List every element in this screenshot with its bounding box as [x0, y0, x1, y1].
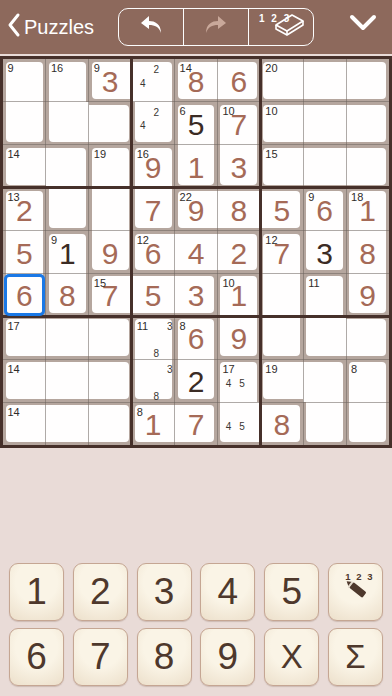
cell-r6c9[interactable] [346, 273, 389, 316]
cell-r7c7[interactable] [260, 316, 303, 359]
number-keypad: 123451 2 36789XΣ [9, 563, 383, 686]
cell-r4c6[interactable] [217, 188, 260, 231]
cell-r2c9[interactable] [346, 102, 389, 145]
cell-r9c5[interactable] [175, 402, 218, 445]
toolbar-button-group: 1 2 3 [118, 8, 314, 46]
cell-r3c6[interactable] [217, 145, 260, 188]
cell-r3c5[interactable] [175, 145, 218, 188]
undo-icon [138, 13, 164, 41]
redo-button[interactable] [183, 9, 248, 45]
undo-button[interactable] [119, 9, 183, 45]
cell-r8c6[interactable] [217, 359, 260, 402]
cell-r3c9[interactable] [346, 145, 389, 188]
cell-r9c1[interactable] [3, 402, 46, 445]
cell-r5c7[interactable] [260, 231, 303, 274]
cell-r6c5[interactable] [175, 273, 218, 316]
cell-r6c6[interactable] [217, 273, 260, 316]
cell-r6c2[interactable] [46, 273, 89, 316]
key-7[interactable]: 7 [73, 628, 128, 686]
cell-r8c9[interactable] [346, 359, 389, 402]
cell-r2c6[interactable] [217, 102, 260, 145]
cell-r5c8[interactable] [303, 231, 346, 274]
key-2[interactable]: 2 [73, 563, 128, 621]
back-button-label: Puzzles [24, 16, 94, 39]
cell-r6c4[interactable] [132, 273, 175, 316]
chevron-down-icon [348, 20, 378, 37]
cell-r5c4[interactable] [132, 231, 175, 274]
key-1[interactable]: 1 [9, 563, 64, 621]
cell-r5c9[interactable] [346, 231, 389, 274]
cell-r8c7[interactable] [260, 359, 303, 402]
cell-r7c4[interactable] [132, 316, 175, 359]
cell-r4c2[interactable] [46, 188, 89, 231]
cell-r3c4[interactable] [132, 145, 175, 188]
cell-r2c8[interactable] [303, 102, 346, 145]
key-9[interactable]: 9 [200, 628, 255, 686]
cell-r8c8[interactable] [303, 359, 346, 402]
cell-r6c1[interactable] [3, 273, 46, 316]
cell-r5c2[interactable] [46, 231, 89, 274]
cell-r1c2[interactable] [46, 59, 89, 102]
cell-r2c3[interactable] [89, 102, 132, 145]
redo-icon [203, 13, 229, 41]
cell-r6c8[interactable] [303, 273, 346, 316]
cell-r2c5[interactable] [175, 102, 218, 145]
cell-r7c5[interactable] [175, 316, 218, 359]
back-chevron-icon [6, 12, 22, 42]
cell-r4c8[interactable] [303, 188, 346, 231]
cell-r9c3[interactable] [89, 402, 132, 445]
cell-r6c7[interactable] [260, 273, 303, 316]
cell-r7c1[interactable] [3, 316, 46, 359]
cell-r3c8[interactable] [303, 145, 346, 188]
cell-r8c5[interactable] [175, 359, 218, 402]
cell-r8c2[interactable] [46, 359, 89, 402]
key-4[interactable]: 4 [200, 563, 255, 621]
cell-r1c1[interactable] [3, 59, 46, 102]
erase-pencilmarks-button[interactable]: 1 2 3 [248, 9, 313, 45]
keypad-row-2: 6789XΣ [9, 628, 383, 686]
cell-r1c6[interactable] [217, 59, 260, 102]
cell-r3c1[interactable] [3, 145, 46, 188]
cell-r9c2[interactable] [46, 402, 89, 445]
collapse-toolbar-button[interactable] [348, 12, 378, 38]
cell-r7c6[interactable] [217, 316, 260, 359]
cell-r2c7[interactable] [260, 102, 303, 145]
cell-r5c6[interactable] [217, 231, 260, 274]
pencil-mode-key[interactable]: 1 2 3 [328, 563, 383, 621]
cell-r4c3[interactable] [89, 188, 132, 231]
clear-key[interactable]: X [264, 628, 319, 686]
cell-r2c4[interactable] [132, 102, 175, 145]
cell-r1c5[interactable] [175, 59, 218, 102]
cell-r4c4[interactable] [132, 188, 175, 231]
cell-r9c4[interactable] [132, 402, 175, 445]
key-3[interactable]: 3 [137, 563, 192, 621]
cell-r8c4[interactable] [132, 359, 175, 402]
cell-r9c9[interactable] [346, 402, 389, 445]
back-button[interactable]: Puzzles [6, 12, 94, 42]
cell-r8c3[interactable] [89, 359, 132, 402]
cell-r4c7[interactable] [260, 188, 303, 231]
key-6[interactable]: 6 [9, 628, 64, 686]
keypad-row-1: 123451 2 3 [9, 563, 383, 621]
cell-r5c5[interactable] [175, 231, 218, 274]
cell-r9c7[interactable] [260, 402, 303, 445]
cell-r9c8[interactable] [303, 402, 346, 445]
cell-r4c5[interactable] [175, 188, 218, 231]
cell-r7c2[interactable] [46, 316, 89, 359]
cell-r6c3[interactable] [89, 273, 132, 316]
cell-r1c8[interactable] [303, 59, 346, 102]
cell-r1c3[interactable] [89, 59, 132, 102]
cell-r3c3[interactable] [89, 145, 132, 188]
key-8[interactable]: 8 [137, 628, 192, 686]
cell-r5c3[interactable] [89, 231, 132, 274]
cell-r1c4[interactable] [132, 59, 175, 102]
cell-r1c7[interactable] [260, 59, 303, 102]
cell-r7c9[interactable] [346, 316, 389, 359]
sum-toggle-key[interactable]: Σ [328, 628, 383, 686]
pencil-icon [343, 569, 371, 611]
cell-r4c9[interactable] [346, 188, 389, 231]
cell-r2c1[interactable] [3, 102, 46, 145]
cell-r8c1[interactable] [3, 359, 46, 402]
cell-r4c1[interactable] [3, 188, 46, 231]
cell-r3c7[interactable] [260, 145, 303, 188]
killer-sudoku-board: 9169142061010141916151322918912121510111… [0, 56, 392, 448]
cell-r3c2[interactable] [46, 145, 89, 188]
cell-r1c9[interactable] [346, 59, 389, 102]
eraser-123-icon [272, 11, 306, 41]
cell-r7c3[interactable] [89, 316, 132, 359]
cell-r7c8[interactable] [303, 316, 346, 359]
cell-r5c1[interactable] [3, 231, 46, 274]
key-5[interactable]: 5 [264, 563, 319, 621]
cell-r2c2[interactable] [46, 102, 89, 145]
cell-r9c6[interactable] [217, 402, 260, 445]
top-toolbar: Puzzles 1 2 3 [0, 0, 392, 54]
